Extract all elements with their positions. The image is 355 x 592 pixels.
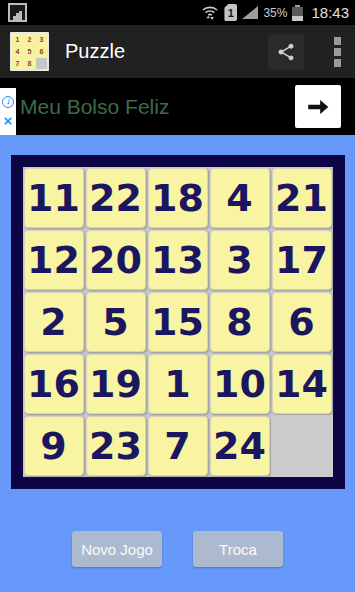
- tile-22[interactable]: 22: [86, 168, 146, 228]
- adchoices-box: i ×: [0, 88, 16, 135]
- mini-tile-2: 2: [24, 34, 35, 45]
- tile-21[interactable]: 21: [272, 168, 332, 228]
- tile-9[interactable]: 9: [24, 416, 84, 476]
- app-icon: 12345678: [10, 32, 49, 71]
- gallery-notification-icon: [8, 3, 27, 22]
- tile-2[interactable]: 2: [24, 292, 84, 352]
- tile-10[interactable]: 10: [210, 354, 270, 414]
- tile-19[interactable]: 19: [86, 354, 146, 414]
- ad-headline[interactable]: Meu Bolso Feliz: [20, 95, 169, 119]
- tile-16[interactable]: 16: [24, 354, 84, 414]
- tile-15[interactable]: 15: [148, 292, 208, 352]
- battery-percent: 35%: [263, 6, 287, 20]
- tile-14[interactable]: 14: [272, 354, 332, 414]
- sim-1-icon: 1: [224, 4, 237, 21]
- tile-1[interactable]: 1: [148, 354, 208, 414]
- battery-icon: [292, 5, 303, 21]
- tile-6[interactable]: 6: [272, 292, 332, 352]
- tile-3[interactable]: 3: [210, 230, 270, 290]
- tile-20[interactable]: 20: [86, 230, 146, 290]
- ad-arrow-button[interactable]: [295, 85, 341, 128]
- status-time: 18:43: [311, 4, 349, 21]
- mini-tile-3: 3: [36, 34, 47, 45]
- share-icon: [276, 42, 296, 62]
- arrow-right-icon: [305, 94, 331, 120]
- main-area: 112218421122013317251586161911014923724 …: [0, 135, 355, 592]
- tile-18[interactable]: 18: [148, 168, 208, 228]
- new-game-button[interactable]: Novo Jogo: [72, 531, 162, 567]
- empty-cell: [271, 415, 333, 477]
- tile-23[interactable]: 23: [86, 416, 146, 476]
- tile-7[interactable]: 7: [148, 416, 208, 476]
- mini-tile-6: 6: [36, 46, 47, 57]
- tile-13[interactable]: 13: [148, 230, 208, 290]
- ad-banner[interactable]: i × Meu Bolso Feliz: [0, 78, 355, 135]
- wifi-icon: [201, 4, 219, 21]
- mini-tile-4: 4: [12, 46, 23, 57]
- overflow-menu-button[interactable]: [332, 33, 343, 71]
- mini-tile-8: 8: [24, 58, 35, 69]
- adchoices-info-icon[interactable]: i: [2, 96, 14, 108]
- page-title: Puzzle: [65, 40, 125, 63]
- tile-8[interactable]: 8: [210, 292, 270, 352]
- overflow-menu-icon: [334, 37, 341, 45]
- tile-12[interactable]: 12: [24, 230, 84, 290]
- share-button[interactable]: [268, 34, 304, 70]
- controls: Novo Jogo Troca: [0, 531, 355, 567]
- tile-5[interactable]: 5: [86, 292, 146, 352]
- status-bar: 1 35% 18:43: [0, 0, 355, 25]
- signal-triangle-icon: [242, 6, 258, 19]
- mini-tile-7: 7: [12, 58, 23, 69]
- swap-button[interactable]: Troca: [193, 531, 283, 567]
- mini-tile-5: 5: [24, 46, 35, 57]
- tile-4[interactable]: 4: [210, 168, 270, 228]
- tile-11[interactable]: 11: [24, 168, 84, 228]
- mini-tile-1: 1: [12, 34, 23, 45]
- tile-17[interactable]: 17: [272, 230, 332, 290]
- sim-slot-number: 1: [228, 7, 234, 19]
- tile-24[interactable]: 24: [210, 416, 270, 476]
- puzzle-board: 112218421122013317251586161911014923724: [11, 155, 345, 489]
- adchoices-close-icon[interactable]: ×: [4, 113, 13, 128]
- mini-empty-cell: [36, 58, 47, 69]
- app-bar: 12345678 Puzzle: [0, 25, 355, 78]
